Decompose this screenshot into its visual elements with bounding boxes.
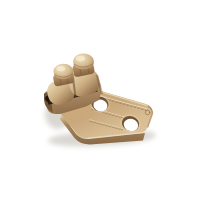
product-photo: Bronze two-screw mechanical lug connecto… <box>0 0 200 200</box>
screw-left-highlight <box>57 66 66 71</box>
screw-right-highlight <box>76 56 85 62</box>
lug-connector-illustration: Bronze two-screw mechanical lug connecto… <box>0 0 200 200</box>
